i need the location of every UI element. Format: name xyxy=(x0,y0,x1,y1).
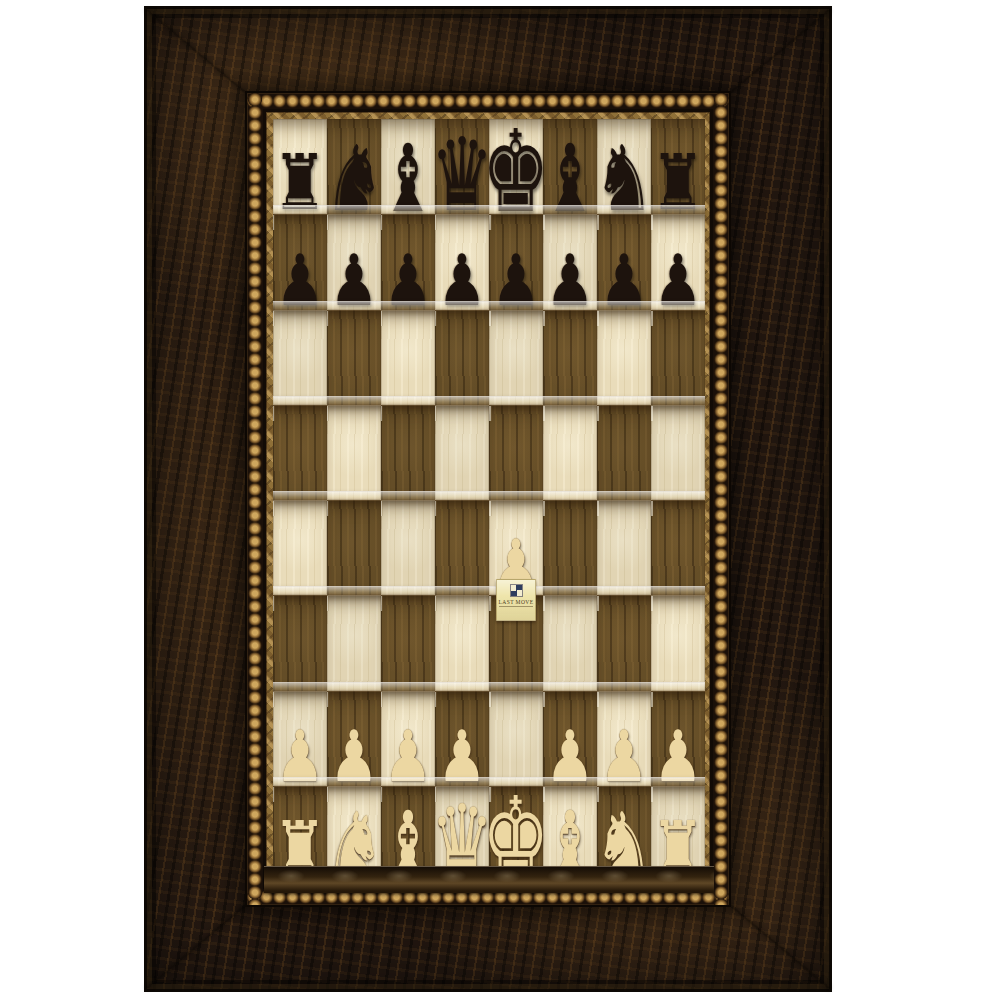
square-b4 xyxy=(327,500,381,595)
square-a2 xyxy=(273,691,327,786)
last-move-tag-label: LAST MOVE xyxy=(499,599,534,607)
shelf-under-rank-2 xyxy=(273,777,705,787)
square-d4 xyxy=(435,500,489,595)
square-d2 xyxy=(435,691,489,786)
square-g3 xyxy=(597,595,651,690)
square-f2 xyxy=(543,691,597,786)
bead-border: LAST MOVE ♜♞♝♛♚♝♞♜♟♟♟♟♟♟♟♟♟♟♟♟♟♟♟♟♜♞♝♛♚♝… xyxy=(247,93,729,905)
frame-mitre-line xyxy=(726,9,829,96)
shelf-under-rank-6 xyxy=(273,396,705,406)
square-c2 xyxy=(381,691,435,786)
square-h8 xyxy=(651,119,705,214)
photo-stage: LAST MOVE ♜♞♝♛♚♝♞♜♟♟♟♟♟♟♟♟♟♟♟♟♟♟♟♟♜♞♝♛♚♝… xyxy=(0,0,1000,1000)
shelf-under-rank-5 xyxy=(273,491,705,501)
bead-row-left xyxy=(247,93,263,905)
picture-frame: LAST MOVE ♜♞♝♛♚♝♞♜♟♟♟♟♟♟♟♟♟♟♟♟♟♟♟♟♜♞♝♛♚♝… xyxy=(144,6,832,992)
square-g5 xyxy=(597,405,651,500)
frame-mitre-line xyxy=(146,9,249,96)
square-g8 xyxy=(597,119,651,214)
square-h7 xyxy=(651,214,705,309)
frame-inner-gap: LAST MOVE ♜♞♝♛♚♝♞♜♟♟♟♟♟♟♟♟♟♟♟♟♟♟♟♟♜♞♝♛♚♝… xyxy=(263,109,713,889)
square-c3 xyxy=(381,595,435,690)
square-a3 xyxy=(273,595,327,690)
checkerboard-logo-icon xyxy=(511,585,522,596)
square-f8 xyxy=(543,119,597,214)
square-f6 xyxy=(543,310,597,405)
bead-row-right xyxy=(713,93,729,905)
square-c5 xyxy=(381,405,435,500)
square-b6 xyxy=(327,310,381,405)
square-a5 xyxy=(273,405,327,500)
square-h4 xyxy=(651,500,705,595)
shelf-under-rank-8 xyxy=(273,205,705,215)
square-d5 xyxy=(435,405,489,500)
square-e6 xyxy=(489,310,543,405)
square-c7 xyxy=(381,214,435,309)
board-area: LAST MOVE ♜♞♝♛♚♝♞♜♟♟♟♟♟♟♟♟♟♟♟♟♟♟♟♟♜♞♝♛♚♝… xyxy=(273,119,705,881)
square-c4 xyxy=(381,500,435,595)
square-d6 xyxy=(435,310,489,405)
square-b5 xyxy=(327,405,381,500)
square-b7 xyxy=(327,214,381,309)
square-f7 xyxy=(543,214,597,309)
bead-row-top xyxy=(247,93,729,109)
square-a6 xyxy=(273,310,327,405)
square-g6 xyxy=(597,310,651,405)
square-g2 xyxy=(597,691,651,786)
square-c6 xyxy=(381,310,435,405)
square-d8 xyxy=(435,119,489,214)
last-move-tag: LAST MOVE xyxy=(489,579,543,621)
square-a7 xyxy=(273,214,327,309)
gold-liner: LAST MOVE ♜♞♝♛♚♝♞♜♟♟♟♟♟♟♟♟♟♟♟♟♟♟♟♟♜♞♝♛♚♝… xyxy=(266,112,710,886)
square-b8 xyxy=(327,119,381,214)
square-f4 xyxy=(543,500,597,595)
square-e7 xyxy=(489,214,543,309)
square-b2 xyxy=(327,691,381,786)
square-h6 xyxy=(651,310,705,405)
frame-mitre-line xyxy=(146,902,249,989)
square-f3 xyxy=(543,595,597,690)
square-d7 xyxy=(435,214,489,309)
square-g4 xyxy=(597,500,651,595)
square-d3 xyxy=(435,595,489,690)
bottom-ledge xyxy=(264,866,714,893)
shelf-under-rank-3 xyxy=(273,682,705,692)
square-e8 xyxy=(489,119,543,214)
square-a8 xyxy=(273,119,327,214)
frame-mitre-line xyxy=(726,902,829,989)
square-e5 xyxy=(489,405,543,500)
square-c8 xyxy=(381,119,435,214)
square-h5 xyxy=(651,405,705,500)
last-move-tag-card: LAST MOVE xyxy=(496,579,536,621)
square-f5 xyxy=(543,405,597,500)
square-g7 xyxy=(597,214,651,309)
square-h2 xyxy=(651,691,705,786)
square-e2 xyxy=(489,691,543,786)
shelf-under-rank-7 xyxy=(273,301,705,311)
square-b3 xyxy=(327,595,381,690)
square-a4 xyxy=(273,500,327,595)
square-h3 xyxy=(651,595,705,690)
